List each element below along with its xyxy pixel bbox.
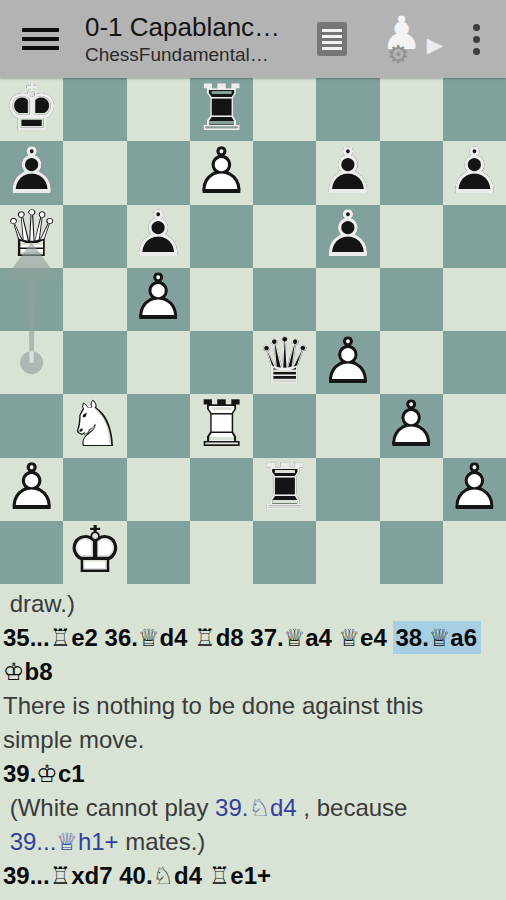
square-g4[interactable] bbox=[380, 331, 443, 394]
notation-line: A very interesting battle bbox=[3, 893, 502, 900]
square-e7[interactable] bbox=[253, 141, 316, 204]
square-e4[interactable]: ♛♕ bbox=[253, 331, 316, 394]
square-h3[interactable] bbox=[443, 394, 506, 457]
page-subtitle: ChessFundamental… bbox=[85, 43, 317, 66]
square-b7[interactable] bbox=[63, 141, 126, 204]
notation-line: (White cannot play 39.♘d4 , because bbox=[3, 791, 502, 825]
current-move[interactable]: 38.♕a6 bbox=[393, 621, 481, 654]
square-d2[interactable] bbox=[190, 458, 253, 521]
square-h4[interactable] bbox=[443, 331, 506, 394]
square-h8[interactable] bbox=[443, 78, 506, 141]
square-d5[interactable] bbox=[190, 268, 253, 331]
square-a7[interactable]: ♟♙ bbox=[0, 141, 63, 204]
square-h2[interactable]: ♟♙ bbox=[443, 458, 506, 521]
square-e5[interactable] bbox=[253, 268, 316, 331]
square-f6[interactable]: ♟♙ bbox=[316, 205, 379, 268]
square-b4[interactable] bbox=[63, 331, 126, 394]
notation-line: 39...♕h1+ mates.) bbox=[3, 825, 502, 859]
square-d6[interactable] bbox=[190, 205, 253, 268]
notation-line: 39.♔c1 bbox=[3, 757, 502, 791]
square-b2[interactable] bbox=[63, 458, 126, 521]
square-e6[interactable] bbox=[253, 205, 316, 268]
square-b3[interactable]: ♞♘ bbox=[63, 394, 126, 457]
menu-icon[interactable] bbox=[22, 23, 59, 55]
square-a8[interactable]: ♚♔ bbox=[0, 78, 63, 141]
engine-analysis-icon[interactable]: ♟ ⚙ ▶ bbox=[381, 13, 443, 65]
notation-line: ♔b8 bbox=[3, 655, 502, 689]
square-e3[interactable] bbox=[253, 394, 316, 457]
move-text[interactable]: 39.♔c1 bbox=[3, 760, 85, 787]
square-c8[interactable] bbox=[127, 78, 190, 141]
square-g2[interactable] bbox=[380, 458, 443, 521]
square-f8[interactable] bbox=[316, 78, 379, 141]
square-a1[interactable] bbox=[0, 521, 63, 584]
prose-text: simple move. bbox=[3, 726, 144, 753]
square-h6[interactable] bbox=[443, 205, 506, 268]
square-b8[interactable] bbox=[63, 78, 126, 141]
square-a2[interactable]: ♟♙ bbox=[0, 458, 63, 521]
notation-line: There is nothing to be done against this bbox=[3, 689, 502, 723]
square-a5[interactable] bbox=[0, 268, 63, 331]
variation-move-link[interactable]: 39...♕h1+ bbox=[10, 828, 119, 855]
square-d1[interactable] bbox=[190, 521, 253, 584]
square-c4[interactable] bbox=[127, 331, 190, 394]
play-icon: ▶ bbox=[427, 33, 443, 57]
square-c5[interactable]: ♟♙ bbox=[127, 268, 190, 331]
square-c1[interactable] bbox=[127, 521, 190, 584]
prose-text: A very interesting battle bbox=[3, 896, 252, 900]
prose-text: mates.) bbox=[119, 828, 206, 855]
square-g6[interactable] bbox=[380, 205, 443, 268]
square-a6[interactable]: ♛♕ bbox=[0, 205, 63, 268]
prose-text: draw.) bbox=[3, 590, 75, 617]
square-d3[interactable]: ♜♖ bbox=[190, 394, 253, 457]
square-d8[interactable]: ♜♖ bbox=[190, 78, 253, 141]
square-e8[interactable] bbox=[253, 78, 316, 141]
square-f4[interactable]: ♟♙ bbox=[316, 331, 379, 394]
square-f7[interactable]: ♟♙ bbox=[316, 141, 379, 204]
square-b5[interactable] bbox=[63, 268, 126, 331]
square-b1[interactable]: ♚♔ bbox=[63, 521, 126, 584]
square-g7[interactable] bbox=[380, 141, 443, 204]
gear-icon: ⚙ bbox=[387, 40, 409, 69]
overflow-menu-icon[interactable] bbox=[469, 20, 484, 59]
variation-move-link[interactable]: 39.♘d4 bbox=[215, 794, 297, 821]
square-e1[interactable] bbox=[253, 521, 316, 584]
annotation-text: draw.)35...♖e2 36.♕d4 ♖d8 37.♕a4 ♕e4 38.… bbox=[0, 584, 506, 900]
prose-text: (White cannot play bbox=[3, 794, 215, 821]
square-c3[interactable] bbox=[127, 394, 190, 457]
square-f5[interactable] bbox=[316, 268, 379, 331]
square-f3[interactable] bbox=[316, 394, 379, 457]
prose-text: There is nothing to be done against this bbox=[3, 692, 423, 719]
square-g3[interactable]: ♟♙ bbox=[380, 394, 443, 457]
square-h1[interactable] bbox=[443, 521, 506, 584]
square-c7[interactable] bbox=[127, 141, 190, 204]
chess-board: ♚♔♜♖♟♙♟♙♟♙♟♙♛♕♟♙♟♙♟♙♛♕♟♙♞♘♜♖♟♙♟♙♜♖♟♙♚♔ bbox=[0, 78, 506, 584]
square-g5[interactable] bbox=[380, 268, 443, 331]
square-c6[interactable]: ♟♙ bbox=[127, 205, 190, 268]
square-a4[interactable] bbox=[0, 331, 63, 394]
square-a3[interactable] bbox=[0, 394, 63, 457]
square-e2[interactable]: ♜♖ bbox=[253, 458, 316, 521]
prose-text: , because bbox=[297, 794, 408, 821]
square-g8[interactable] bbox=[380, 78, 443, 141]
notation-line: 39...♖xd7 40.♘d4 ♖e1+ bbox=[3, 859, 502, 893]
prose-text bbox=[3, 828, 10, 855]
square-f1[interactable] bbox=[316, 521, 379, 584]
square-h5[interactable] bbox=[443, 268, 506, 331]
square-d7[interactable]: ♟♙ bbox=[190, 141, 253, 204]
notation-line: draw.) bbox=[3, 587, 502, 621]
moves-list-icon[interactable] bbox=[317, 22, 347, 56]
square-b6[interactable] bbox=[63, 205, 126, 268]
square-f2[interactable] bbox=[316, 458, 379, 521]
square-c2[interactable] bbox=[127, 458, 190, 521]
title-block: 0-1 Capablanc… ChessFundamental… bbox=[85, 12, 317, 66]
square-h7[interactable]: ♟♙ bbox=[443, 141, 506, 204]
move-text[interactable]: ♔b8 bbox=[3, 658, 53, 685]
square-d4[interactable] bbox=[190, 331, 253, 394]
app-bar: 0-1 Capablanc… ChessFundamental… ♟ ⚙ ▶ bbox=[0, 0, 506, 78]
notation-line: simple move. bbox=[3, 723, 502, 757]
page-title: 0-1 Capablanc… bbox=[85, 12, 317, 43]
move-text[interactable]: 39...♖xd7 40.♘d4 ♖e1+ bbox=[3, 862, 271, 889]
notation-line: 35...♖e2 36.♕d4 ♖d8 37.♕a4 ♕e4 38.♕a6 bbox=[3, 621, 502, 655]
move-text[interactable]: 35...♖e2 36.♕d4 ♖d8 37.♕a4 ♕e4 bbox=[3, 624, 393, 651]
square-g1[interactable] bbox=[380, 521, 443, 584]
